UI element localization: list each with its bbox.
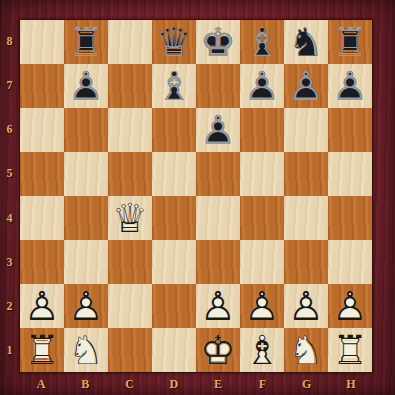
square-d1[interactable] [152, 328, 196, 372]
piece-black-queen[interactable]: ♛♕ [152, 20, 196, 64]
square-c4[interactable]: ♛♕ [108, 196, 152, 240]
piece-glyph-outline: ♖ [328, 328, 372, 372]
square-c2[interactable] [108, 284, 152, 328]
rank-label-2: 2 [0, 285, 19, 329]
rank-label-8: 8 [0, 19, 19, 63]
square-f2[interactable]: ♟♙ [240, 284, 284, 328]
rank-label-4: 4 [0, 196, 19, 240]
rank-label-3: 3 [0, 240, 19, 284]
square-b6[interactable] [64, 108, 108, 152]
piece-glyph-outline: ♙ [240, 64, 284, 108]
rank-label-7: 7 [0, 63, 19, 107]
piece-black-pawn[interactable]: ♟♙ [196, 108, 240, 152]
square-c3[interactable] [108, 240, 152, 284]
piece-black-pawn[interactable]: ♟♙ [284, 64, 328, 108]
piece-glyph-outline: ♙ [328, 284, 372, 328]
piece-glyph-outline: ♗ [240, 20, 284, 64]
square-b2[interactable]: ♟♙ [64, 284, 108, 328]
square-g4[interactable] [284, 196, 328, 240]
piece-black-bishop[interactable]: ♝♗ [152, 64, 196, 108]
file-label-d: D [152, 373, 196, 395]
piece-white-rook[interactable]: ♜♖ [20, 328, 64, 372]
board-wrap: ♜♖♛♕♚♔♝♗♞♘♜♖♟♙♝♗♟♙♟♙♟♙♟♙♛♕♟♙♟♙♟♙♟♙♟♙♟♙♜♖… [19, 19, 373, 373]
board: ♜♖♛♕♚♔♝♗♞♘♜♖♟♙♝♗♟♙♟♙♟♙♟♙♛♕♟♙♟♙♟♙♟♙♟♙♟♙♜♖… [20, 20, 372, 372]
square-e1[interactable]: ♚♔ [196, 328, 240, 372]
piece-white-pawn[interactable]: ♟♙ [240, 284, 284, 328]
square-a4[interactable] [20, 196, 64, 240]
square-g5[interactable] [284, 152, 328, 196]
piece-glyph-outline: ♙ [64, 64, 108, 108]
piece-glyph-outline: ♙ [328, 64, 372, 108]
square-a8[interactable] [20, 20, 64, 64]
square-f1[interactable]: ♝♗ [240, 328, 284, 372]
file-label-e: E [196, 373, 240, 395]
piece-black-king[interactable]: ♚♔ [196, 20, 240, 64]
square-e2[interactable]: ♟♙ [196, 284, 240, 328]
square-h6[interactable] [328, 108, 372, 152]
file-label-a: A [19, 373, 63, 395]
square-g6[interactable] [284, 108, 328, 152]
rank-labels: 87654321 [0, 19, 19, 373]
square-b8[interactable]: ♜♖ [64, 20, 108, 64]
square-c5[interactable] [108, 152, 152, 196]
square-a3[interactable] [20, 240, 64, 284]
square-f4[interactable] [240, 196, 284, 240]
rank-label-1: 1 [0, 329, 19, 373]
square-h1[interactable]: ♜♖ [328, 328, 372, 372]
square-b1[interactable]: ♞♘ [64, 328, 108, 372]
piece-glyph-outline: ♙ [196, 284, 240, 328]
square-d3[interactable] [152, 240, 196, 284]
piece-white-pawn[interactable]: ♟♙ [328, 284, 372, 328]
piece-glyph-outline: ♘ [64, 328, 108, 372]
piece-black-pawn[interactable]: ♟♙ [328, 64, 372, 108]
piece-glyph-outline: ♘ [284, 328, 328, 372]
square-d4[interactable] [152, 196, 196, 240]
square-h5[interactable] [328, 152, 372, 196]
square-d8[interactable]: ♛♕ [152, 20, 196, 64]
square-c6[interactable] [108, 108, 152, 152]
piece-glyph-outline: ♔ [196, 328, 240, 372]
square-d5[interactable] [152, 152, 196, 196]
file-label-b: B [63, 373, 107, 395]
piece-white-pawn[interactable]: ♟♙ [64, 284, 108, 328]
square-c8[interactable] [108, 20, 152, 64]
piece-glyph-outline: ♖ [20, 328, 64, 372]
rank-label-5: 5 [0, 152, 19, 196]
square-h8[interactable]: ♜♖ [328, 20, 372, 64]
square-e6[interactable]: ♟♙ [196, 108, 240, 152]
piece-glyph-outline: ♖ [328, 20, 372, 64]
piece-glyph-outline: ♘ [284, 20, 328, 64]
square-g8[interactable]: ♞♘ [284, 20, 328, 64]
piece-white-bishop[interactable]: ♝♗ [240, 328, 284, 372]
piece-black-pawn[interactable]: ♟♙ [240, 64, 284, 108]
square-f5[interactable] [240, 152, 284, 196]
square-g3[interactable] [284, 240, 328, 284]
piece-white-king[interactable]: ♚♔ [196, 328, 240, 372]
piece-black-bishop[interactable]: ♝♗ [240, 20, 284, 64]
piece-glyph-outline: ♔ [196, 20, 240, 64]
square-a5[interactable] [20, 152, 64, 196]
square-a1[interactable]: ♜♖ [20, 328, 64, 372]
rank-label-6: 6 [0, 108, 19, 152]
file-label-f: F [240, 373, 284, 395]
piece-glyph-outline: ♕ [108, 196, 152, 240]
piece-white-knight[interactable]: ♞♘ [284, 328, 328, 372]
piece-glyph-outline: ♙ [284, 64, 328, 108]
square-b7[interactable]: ♟♙ [64, 64, 108, 108]
piece-white-pawn[interactable]: ♟♙ [20, 284, 64, 328]
square-f7[interactable]: ♟♙ [240, 64, 284, 108]
chessboard-frame: 87654321 ABCDEFGH ♜♖♛♕♚♔♝♗♞♘♜♖♟♙♝♗♟♙♟♙♟♙… [0, 0, 395, 395]
piece-glyph-outline: ♕ [152, 20, 196, 64]
file-labels: ABCDEFGH [19, 373, 373, 395]
square-h7[interactable]: ♟♙ [328, 64, 372, 108]
piece-black-pawn[interactable]: ♟♙ [64, 64, 108, 108]
piece-glyph-outline: ♗ [152, 64, 196, 108]
file-label-h: H [329, 373, 373, 395]
square-e4[interactable] [196, 196, 240, 240]
square-h2[interactable]: ♟♙ [328, 284, 372, 328]
square-d2[interactable] [152, 284, 196, 328]
square-b4[interactable] [64, 196, 108, 240]
piece-glyph-outline: ♙ [240, 284, 284, 328]
file-label-c: C [108, 373, 152, 395]
square-h4[interactable] [328, 196, 372, 240]
piece-glyph-outline: ♙ [284, 284, 328, 328]
piece-white-rook[interactable]: ♜♖ [328, 328, 372, 372]
square-a7[interactable] [20, 64, 64, 108]
square-g2[interactable]: ♟♙ [284, 284, 328, 328]
square-e7[interactable] [196, 64, 240, 108]
square-e3[interactable] [196, 240, 240, 284]
piece-glyph-outline: ♙ [196, 108, 240, 152]
piece-black-rook[interactable]: ♜♖ [328, 20, 372, 64]
piece-glyph-outline: ♙ [20, 284, 64, 328]
piece-black-knight[interactable]: ♞♘ [284, 20, 328, 64]
square-e8[interactable]: ♚♔ [196, 20, 240, 64]
piece-white-knight[interactable]: ♞♘ [64, 328, 108, 372]
piece-white-pawn[interactable]: ♟♙ [196, 284, 240, 328]
square-f6[interactable] [240, 108, 284, 152]
square-e5[interactable] [196, 152, 240, 196]
square-c7[interactable] [108, 64, 152, 108]
piece-glyph-outline: ♗ [240, 328, 284, 372]
piece-white-pawn[interactable]: ♟♙ [284, 284, 328, 328]
square-f8[interactable]: ♝♗ [240, 20, 284, 64]
piece-glyph-outline: ♙ [64, 284, 108, 328]
square-g7[interactable]: ♟♙ [284, 64, 328, 108]
file-label-g: G [285, 373, 329, 395]
piece-white-queen[interactable]: ♛♕ [108, 196, 152, 240]
square-b3[interactable] [64, 240, 108, 284]
square-b5[interactable] [64, 152, 108, 196]
square-d6[interactable] [152, 108, 196, 152]
square-d7[interactable]: ♝♗ [152, 64, 196, 108]
piece-glyph-outline: ♖ [64, 20, 108, 64]
piece-black-rook[interactable]: ♜♖ [64, 20, 108, 64]
square-a2[interactable]: ♟♙ [20, 284, 64, 328]
square-c1[interactable] [108, 328, 152, 372]
square-h3[interactable] [328, 240, 372, 284]
square-a6[interactable] [20, 108, 64, 152]
square-f3[interactable] [240, 240, 284, 284]
square-g1[interactable]: ♞♘ [284, 328, 328, 372]
